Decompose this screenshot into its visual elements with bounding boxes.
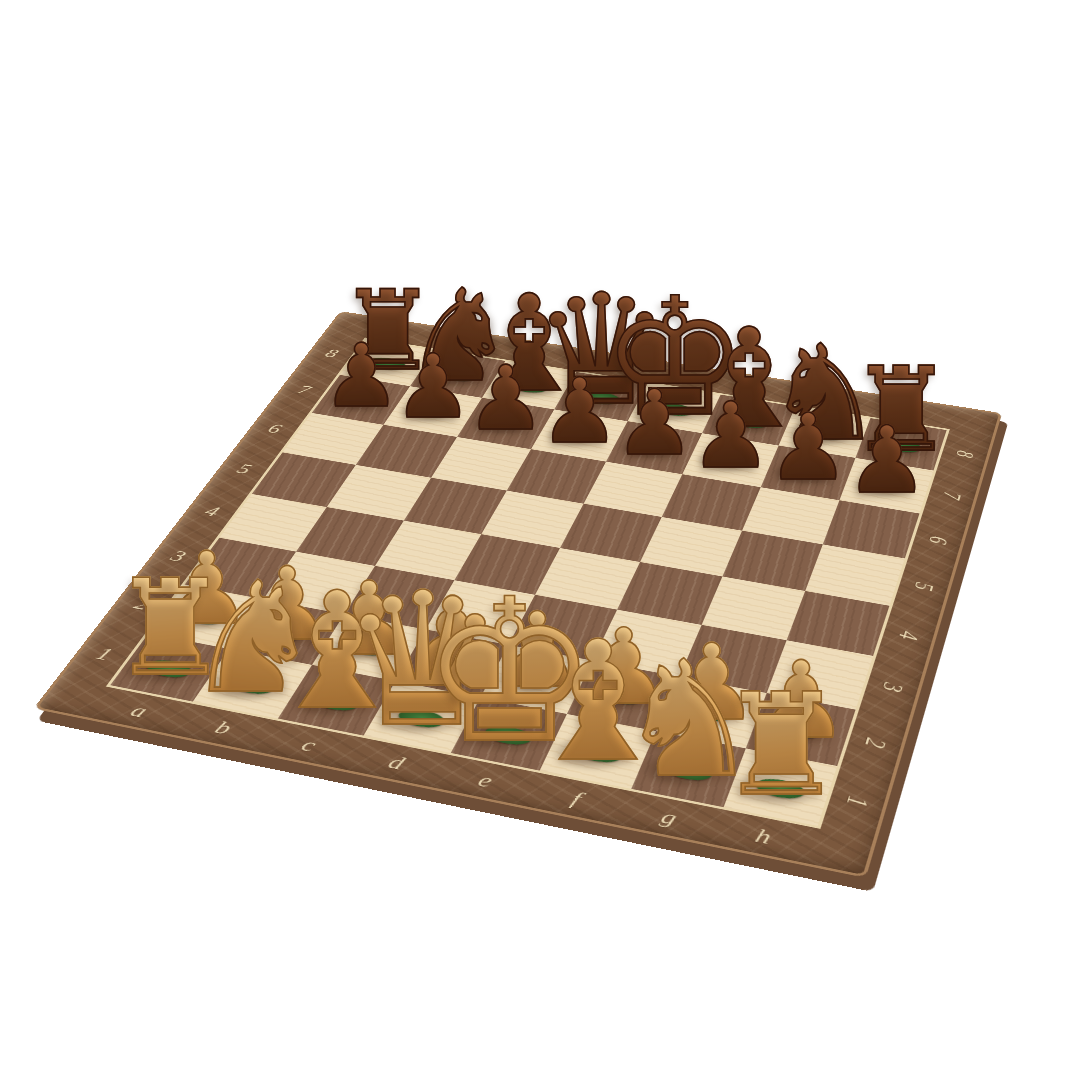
file-label-f: f (527, 780, 627, 817)
rank-label-right-3: 3 (842, 663, 942, 713)
file-label-c: c (261, 727, 358, 762)
rank-label-right-1: 1 (804, 773, 910, 829)
rank-label-right-6: 6 (892, 519, 983, 561)
file-label-h: h (713, 817, 815, 855)
file-label-b: b (176, 711, 272, 745)
chess-board: abcdefgh 87654321 87654321 (33, 311, 1002, 878)
rank-label-right-2: 2 (824, 716, 927, 769)
rank-label-right-8: 8 (921, 435, 1007, 473)
rank-label-right-5: 5 (876, 564, 970, 608)
rank-label-right-4: 4 (860, 612, 957, 659)
file-label-d: d (348, 745, 446, 780)
product-photo-scene: abcdefgh 87654321 87654321 ♜♞♝♛♚♝♞♜♟♟♟♟♟… (0, 0, 1080, 1080)
file-label-g: g (619, 798, 720, 835)
rank-label-right-7: 7 (907, 476, 996, 516)
file-label-e: e (436, 762, 535, 798)
file-label-a: a (92, 694, 187, 727)
board-squares (110, 339, 946, 826)
